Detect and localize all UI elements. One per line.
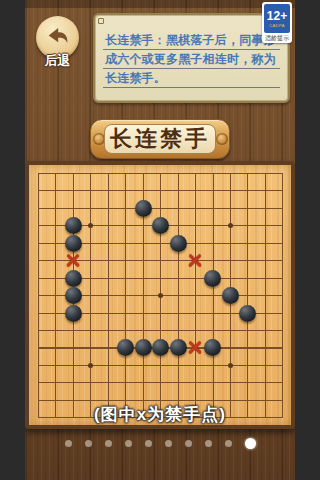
intersection-14-7[interactable] [274, 287, 291, 304]
intersection-5-8[interactable] [117, 304, 134, 321]
intersection-7-11[interactable] [152, 357, 169, 374]
intersection-10-2[interactable] [204, 200, 221, 217]
intersection-6-5[interactable] [134, 252, 151, 269]
plaque-knob-left-icon [93, 133, 105, 145]
intersection-11-3[interactable] [222, 217, 239, 234]
title-plaque: 长连禁手 [90, 119, 230, 159]
intersection-12-9[interactable] [239, 322, 256, 339]
intersection-8-0[interactable] [169, 165, 186, 182]
intersection-7-7[interactable] [152, 287, 169, 304]
page-dot-3[interactable] [105, 440, 112, 447]
intersection-1-12[interactable] [47, 374, 64, 391]
intersection-10-6[interactable] [204, 269, 221, 286]
intersection-11-11[interactable] [222, 357, 239, 374]
age-rating-org: CADPA [269, 23, 284, 28]
intersection-8-7[interactable] [169, 287, 186, 304]
intersection-4-6[interactable] [100, 269, 117, 286]
intersection-13-12[interactable] [256, 374, 273, 391]
intersection-7-8[interactable] [152, 304, 169, 321]
intersection-11-9[interactable] [222, 322, 239, 339]
intersection-10-10[interactable] [204, 339, 221, 356]
intersection-8-4[interactable] [169, 235, 186, 252]
intersection-7-2[interactable] [152, 200, 169, 217]
intersection-1-3[interactable] [47, 217, 64, 234]
intersection-3-2[interactable] [82, 200, 99, 217]
intersection-8-3[interactable] [169, 217, 186, 234]
intersection-2-5[interactable] [65, 252, 82, 269]
intersection-7-0[interactable] [152, 165, 169, 182]
intersection-5-2[interactable] [117, 200, 134, 217]
intersection-1-0[interactable] [47, 165, 64, 182]
intersection-11-10[interactable] [222, 339, 239, 356]
intersection-1-6[interactable] [47, 269, 64, 286]
plaque-knob-right-icon [216, 133, 228, 145]
intersection-13-0[interactable] [256, 165, 273, 182]
intersection-12-12[interactable] [239, 374, 256, 391]
intersection-9-6[interactable] [187, 269, 204, 286]
intersection-10-9[interactable] [204, 322, 221, 339]
intersection-10-11[interactable] [204, 357, 221, 374]
intersection-2-10[interactable] [65, 339, 82, 356]
intersection-14-12[interactable] [274, 374, 291, 391]
intersection-5-11[interactable] [117, 357, 134, 374]
black-stone [135, 339, 152, 356]
intersection-14-8[interactable] [274, 304, 291, 321]
intersection-8-6[interactable] [169, 269, 186, 286]
intersection-5-5[interactable] [117, 252, 134, 269]
intersection-1-7[interactable] [47, 287, 64, 304]
intersection-2-4[interactable] [65, 235, 82, 252]
intersection-6-8[interactable] [134, 304, 151, 321]
intersection-0-7[interactable] [30, 287, 47, 304]
intersection-13-8[interactable] [256, 304, 273, 321]
intersection-12-5[interactable] [239, 252, 256, 269]
intersection-8-2[interactable] [169, 200, 186, 217]
intersection-9-8[interactable] [187, 304, 204, 321]
intersection-3-8[interactable] [82, 304, 99, 321]
intersection-1-8[interactable] [47, 304, 64, 321]
intersection-11-5[interactable] [222, 252, 239, 269]
intersection-0-10[interactable] [30, 339, 47, 356]
page-dot-5[interactable] [145, 440, 152, 447]
black-stone [204, 339, 221, 356]
intersection-5-1[interactable] [117, 182, 134, 199]
intersection-4-0[interactable] [100, 165, 117, 182]
star-point [158, 293, 163, 298]
intersection-14-9[interactable] [274, 322, 291, 339]
intersection-3-1[interactable] [82, 182, 99, 199]
age-rating-box: 12+ CADPA [264, 4, 290, 33]
intersection-13-1[interactable] [256, 182, 273, 199]
intersection-3-5[interactable] [82, 252, 99, 269]
intersection-2-9[interactable] [65, 322, 82, 339]
intersection-11-7[interactable] [222, 287, 239, 304]
intersection-4-7[interactable] [100, 287, 117, 304]
intersection-0-2[interactable] [30, 200, 47, 217]
intersection-2-3[interactable] [65, 217, 82, 234]
forbidden-x-mark [187, 253, 203, 269]
intersection-2-8[interactable] [65, 304, 82, 321]
intersection-7-12[interactable] [152, 374, 169, 391]
intersection-10-0[interactable] [204, 165, 221, 182]
intersection-13-6[interactable] [256, 269, 273, 286]
intersection-9-2[interactable] [187, 200, 204, 217]
intersection-12-0[interactable] [239, 165, 256, 182]
intersection-10-12[interactable] [204, 374, 221, 391]
intersection-5-4[interactable] [117, 235, 134, 252]
intersection-7-9[interactable] [152, 322, 169, 339]
intersection-10-7[interactable] [204, 287, 221, 304]
intersection-3-9[interactable] [82, 322, 99, 339]
intersection-4-8[interactable] [100, 304, 117, 321]
black-stone [239, 305, 256, 322]
intersection-7-5[interactable] [152, 252, 169, 269]
board-grid [30, 165, 292, 427]
black-stone [170, 339, 187, 356]
forbidden-x-mark [65, 253, 81, 269]
board-caption: (图中x为禁手点) [25, 403, 295, 426]
intersection-13-7[interactable] [256, 287, 273, 304]
star-point [88, 223, 93, 228]
intersection-0-9[interactable] [30, 322, 47, 339]
intersection-11-12[interactable] [222, 374, 239, 391]
pagination [25, 436, 295, 450]
intersection-12-3[interactable] [239, 217, 256, 234]
intersection-13-2[interactable] [256, 200, 273, 217]
intersection-9-1[interactable] [187, 182, 204, 199]
intersection-5-12[interactable] [117, 374, 134, 391]
intersection-12-4[interactable] [239, 235, 256, 252]
goban-board [25, 161, 295, 429]
black-stone [65, 217, 82, 234]
intersection-6-10[interactable] [134, 339, 151, 356]
intersection-11-8[interactable] [222, 304, 239, 321]
page-title: 长连禁手 [110, 124, 210, 154]
intersection-0-0[interactable] [30, 165, 47, 182]
intersection-6-2[interactable] [134, 200, 151, 217]
intersection-8-1[interactable] [169, 182, 186, 199]
rule-text: 长连禁手：黑棋落子后，同事形成六个或更多黑子相连时，称为长连禁手。 [105, 31, 281, 88]
intersection-4-2[interactable] [100, 200, 117, 217]
intersection-9-3[interactable] [187, 217, 204, 234]
intersection-2-11[interactable] [65, 357, 82, 374]
intersection-10-4[interactable] [204, 235, 221, 252]
intersection-6-7[interactable] [134, 287, 151, 304]
black-stone [65, 235, 82, 252]
intersection-5-7[interactable] [117, 287, 134, 304]
star-point [88, 363, 93, 368]
plaque-panel: 长连禁手 [104, 124, 216, 154]
intersection-2-7[interactable] [65, 287, 82, 304]
intersection-7-3[interactable] [152, 217, 169, 234]
intersection-12-1[interactable] [239, 182, 256, 199]
intersection-14-6[interactable] [274, 269, 291, 286]
intersection-14-2[interactable] [274, 200, 291, 217]
star-point [228, 223, 233, 228]
intersection-8-5[interactable] [169, 252, 186, 269]
intersection-4-4[interactable] [100, 235, 117, 252]
intersection-3-0[interactable] [82, 165, 99, 182]
intersection-1-9[interactable] [47, 322, 64, 339]
intersection-1-11[interactable] [47, 357, 64, 374]
forbidden-x-mark [187, 340, 203, 356]
intersection-4-11[interactable] [100, 357, 117, 374]
intersection-1-2[interactable] [47, 200, 64, 217]
intersection-13-11[interactable] [256, 357, 273, 374]
intersection-4-5[interactable] [100, 252, 117, 269]
intersection-0-4[interactable] [30, 235, 47, 252]
intersection-13-9[interactable] [256, 322, 273, 339]
intersection-7-6[interactable] [152, 269, 169, 286]
intersection-0-1[interactable] [30, 182, 47, 199]
intersection-7-4[interactable] [152, 235, 169, 252]
intersection-0-6[interactable] [30, 269, 47, 286]
intersection-12-2[interactable] [239, 200, 256, 217]
intersection-11-1[interactable] [222, 182, 239, 199]
intersection-3-11[interactable] [82, 357, 99, 374]
intersection-8-11[interactable] [169, 357, 186, 374]
intersection-11-4[interactable] [222, 235, 239, 252]
intersection-2-12[interactable] [65, 374, 82, 391]
intersection-6-11[interactable] [134, 357, 151, 374]
intersection-4-3[interactable] [100, 217, 117, 234]
intersection-0-11[interactable] [30, 357, 47, 374]
page-dot-7[interactable] [185, 440, 192, 447]
black-stone [65, 305, 82, 322]
intersection-7-10[interactable] [152, 339, 169, 356]
intersection-12-8[interactable] [239, 304, 256, 321]
corner-ornament-icon [98, 18, 104, 24]
intersection-11-2[interactable] [222, 200, 239, 217]
intersection-14-11[interactable] [274, 357, 291, 374]
intersection-5-6[interactable] [117, 269, 134, 286]
intersection-4-12[interactable] [100, 374, 117, 391]
intersection-9-10[interactable] [187, 339, 204, 356]
page-dot-6[interactable] [165, 440, 172, 447]
intersection-14-10[interactable] [274, 339, 291, 356]
back-button-label: 后退 [36, 52, 79, 70]
intersection-1-4[interactable] [47, 235, 64, 252]
black-stone [222, 287, 239, 304]
intersection-8-12[interactable] [169, 374, 186, 391]
intersection-9-0[interactable] [187, 165, 204, 182]
intersection-6-12[interactable] [134, 374, 151, 391]
intersection-12-10[interactable] [239, 339, 256, 356]
black-stone [170, 235, 187, 252]
intersection-0-8[interactable] [30, 304, 47, 321]
black-stone [152, 217, 169, 234]
intersection-9-5[interactable] [187, 252, 204, 269]
intersection-5-0[interactable] [117, 165, 134, 182]
intersection-4-10[interactable] [100, 339, 117, 356]
intersection-14-4[interactable] [274, 235, 291, 252]
intersection-10-8[interactable] [204, 304, 221, 321]
intersection-8-10[interactable] [169, 339, 186, 356]
intersection-12-6[interactable] [239, 269, 256, 286]
intersection-13-4[interactable] [256, 235, 273, 252]
black-stone [152, 339, 169, 356]
intersection-5-3[interactable] [117, 217, 134, 234]
intersection-12-11[interactable] [239, 357, 256, 374]
intersection-1-10[interactable] [47, 339, 64, 356]
age-rating-badge: 12+ CADPA 适龄提示 [262, 2, 292, 43]
intersection-2-6[interactable] [65, 269, 82, 286]
intersection-9-7[interactable] [187, 287, 204, 304]
intersection-14-3[interactable] [274, 217, 291, 234]
intersection-9-4[interactable] [187, 235, 204, 252]
intersection-14-5[interactable] [274, 252, 291, 269]
topbar-shade [25, 0, 295, 8]
black-stone [135, 200, 152, 217]
intersection-9-12[interactable] [187, 374, 204, 391]
intersection-3-7[interactable] [82, 287, 99, 304]
intersection-6-1[interactable] [134, 182, 151, 199]
intersection-14-0[interactable] [274, 165, 291, 182]
screen: 后退 长连禁手：黑棋落子后，同事形成六个或更多黑子相连时，称为长连禁手。 12+… [25, 0, 295, 480]
intersection-11-6[interactable] [222, 269, 239, 286]
intersection-2-1[interactable] [65, 182, 82, 199]
intersection-8-8[interactable] [169, 304, 186, 321]
intersection-5-10[interactable] [117, 339, 134, 356]
intersection-2-2[interactable] [65, 200, 82, 217]
page-dot-1[interactable] [65, 440, 72, 447]
intersection-1-1[interactable] [47, 182, 64, 199]
intersection-6-9[interactable] [134, 322, 151, 339]
intersection-8-9[interactable] [169, 322, 186, 339]
intersection-13-3[interactable] [256, 217, 273, 234]
intersection-9-11[interactable] [187, 357, 204, 374]
black-stone [65, 287, 82, 304]
intersection-5-9[interactable] [117, 322, 134, 339]
intersection-13-5[interactable] [256, 252, 273, 269]
intersection-6-6[interactable] [134, 269, 151, 286]
black-stone [204, 270, 221, 287]
intersection-6-3[interactable] [134, 217, 151, 234]
intersection-4-9[interactable] [100, 322, 117, 339]
intersection-11-0[interactable] [222, 165, 239, 182]
star-point [228, 363, 233, 368]
page-dot-9[interactable] [225, 440, 232, 447]
intersection-10-5[interactable] [204, 252, 221, 269]
intersection-6-0[interactable] [134, 165, 151, 182]
intersection-0-3[interactable] [30, 217, 47, 234]
intersection-12-7[interactable] [239, 287, 256, 304]
intersection-3-10[interactable] [82, 339, 99, 356]
page-dot-10[interactable] [245, 438, 256, 449]
intersection-10-1[interactable] [204, 182, 221, 199]
black-stone [65, 270, 82, 287]
intersection-9-9[interactable] [187, 322, 204, 339]
age-rating-value: 12+ [267, 10, 287, 22]
black-stone [117, 339, 134, 356]
page-dot-2[interactable] [85, 440, 92, 447]
intersection-3-4[interactable] [82, 235, 99, 252]
page-dot-4[interactable] [125, 440, 132, 447]
rule-info-box: 长连禁手：黑棋落子后，同事形成六个或更多黑子相连时，称为长连禁手。 [93, 13, 290, 103]
back-button[interactable]: 后退 [36, 16, 79, 70]
intersection-7-1[interactable] [152, 182, 169, 199]
intersection-2-0[interactable] [65, 165, 82, 182]
page-dot-8[interactable] [205, 440, 212, 447]
intersection-3-12[interactable] [82, 374, 99, 391]
intersection-6-4[interactable] [134, 235, 151, 252]
intersection-4-1[interactable] [100, 182, 117, 199]
age-rating-label: 适龄提示 [264, 33, 290, 43]
intersection-10-3[interactable] [204, 217, 221, 234]
intersection-3-6[interactable] [82, 269, 99, 286]
intersection-0-12[interactable] [30, 374, 47, 391]
intersection-13-10[interactable] [256, 339, 273, 356]
intersection-0-5[interactable] [30, 252, 47, 269]
intersection-14-1[interactable] [274, 182, 291, 199]
intersection-1-5[interactable] [47, 252, 64, 269]
intersection-3-3[interactable] [82, 217, 99, 234]
